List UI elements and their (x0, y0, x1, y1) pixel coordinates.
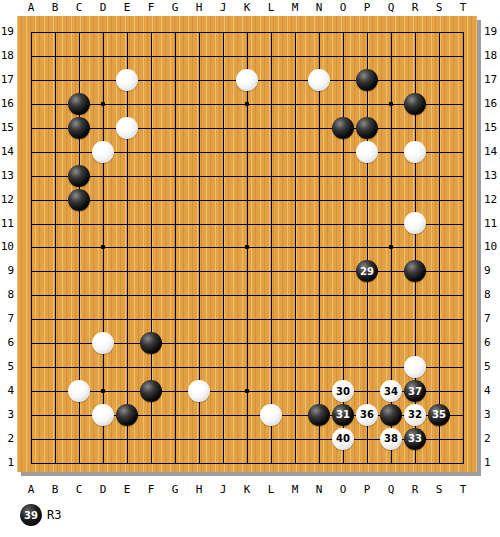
stone-Q3-black (380, 404, 402, 426)
column-label-top-F: F (139, 1, 163, 14)
column-label-bottom-L: L (259, 483, 283, 496)
move-number-label: 36 (360, 409, 374, 420)
stone-C16-black (68, 93, 90, 115)
stone-H4-white (188, 380, 210, 402)
caption-move-number: 39 (24, 510, 38, 521)
column-label-bottom-H: H (187, 483, 211, 496)
row-label-right-3: 3 (484, 408, 500, 422)
row-label-left-8: 8 (0, 288, 14, 302)
column-label-top-A: A (19, 1, 43, 14)
row-label-right-12: 12 (484, 193, 500, 207)
stone-C15-black (68, 117, 90, 139)
stone-L3-white (260, 404, 282, 426)
row-label-left-15: 15 (0, 121, 14, 135)
row-label-left-16: 16 (0, 97, 14, 111)
stone-R3-white: 32 (404, 404, 426, 426)
row-label-right-14: 14 (484, 145, 500, 159)
stone-R11-white (404, 212, 426, 234)
column-label-top-M: M (283, 1, 307, 14)
column-label-bottom-S: S (427, 483, 451, 496)
stone-R9-black (404, 260, 426, 282)
stone-K17-white (236, 69, 258, 91)
column-label-top-N: N (307, 1, 331, 14)
caption-point-label: R3 (47, 508, 61, 522)
stone-R5-white (404, 356, 426, 378)
stone-F6-black (140, 332, 162, 354)
column-label-bottom-F: F (139, 483, 163, 496)
move-number-label: 29 (360, 266, 374, 277)
column-label-bottom-O: O (331, 483, 355, 496)
stone-Q2-white: 38 (380, 428, 402, 450)
row-label-right-19: 19 (484, 25, 500, 39)
stone-E17-white (116, 69, 138, 91)
stones-layer: 2930313233343536373840 (19, 20, 475, 475)
row-label-left-4: 4 (0, 384, 14, 398)
stone-R4-black: 37 (404, 380, 426, 402)
row-label-right-15: 15 (484, 121, 500, 135)
row-label-left-3: 3 (0, 408, 14, 422)
stone-R16-black (404, 93, 426, 115)
column-label-top-G: G (163, 1, 187, 14)
row-label-left-6: 6 (0, 336, 14, 350)
column-label-bottom-G: G (163, 483, 187, 496)
column-label-bottom-N: N (307, 483, 331, 496)
row-label-left-12: 12 (0, 193, 14, 207)
row-label-right-18: 18 (484, 49, 500, 63)
column-label-bottom-C: C (67, 483, 91, 496)
move-number-label: 32 (408, 409, 422, 420)
column-label-top-E: E (115, 1, 139, 14)
stone-E15-white (116, 117, 138, 139)
stone-C12-black (68, 189, 90, 211)
stone-C4-white (68, 380, 90, 402)
move-number-label: 30 (336, 386, 350, 397)
column-label-top-D: D (91, 1, 115, 14)
move-number-label: 37 (408, 386, 422, 397)
column-label-top-P: P (355, 1, 379, 14)
row-label-right-7: 7 (484, 312, 500, 326)
row-label-left-1: 1 (0, 456, 14, 470)
row-label-right-5: 5 (484, 360, 500, 374)
column-label-bottom-A: A (19, 483, 43, 496)
column-label-top-K: K (235, 1, 259, 14)
stone-O4-white: 30 (332, 380, 354, 402)
column-label-top-H: H (187, 1, 211, 14)
row-label-left-2: 2 (0, 432, 14, 446)
row-label-left-7: 7 (0, 312, 14, 326)
stone-N3-black (308, 404, 330, 426)
column-label-bottom-J: J (211, 483, 235, 496)
stone-R14-white (404, 141, 426, 163)
stone-S3-black: 35 (428, 404, 450, 426)
row-label-left-11: 11 (0, 217, 14, 231)
move-number-label: 40 (336, 433, 350, 444)
stone-O15-black (332, 117, 354, 139)
stone-P3-white: 36 (356, 404, 378, 426)
row-label-right-13: 13 (484, 169, 500, 183)
column-label-bottom-K: K (235, 483, 259, 496)
row-label-left-5: 5 (0, 360, 14, 374)
stone-R2-black: 33 (404, 428, 426, 450)
row-label-left-10: 10 (0, 240, 14, 254)
move-number-label: 34 (384, 386, 398, 397)
row-label-right-9: 9 (484, 264, 500, 278)
row-label-right-6: 6 (484, 336, 500, 350)
stone-P17-black (356, 69, 378, 91)
column-label-bottom-P: P (355, 483, 379, 496)
move-number-label: 33 (408, 433, 422, 444)
caption-stone-black: 39 (20, 504, 42, 526)
row-label-right-2: 2 (484, 432, 500, 446)
go-board[interactable]: 2930313233343536373840 (17, 16, 477, 472)
row-label-left-9: 9 (0, 264, 14, 278)
column-label-bottom-M: M (283, 483, 307, 496)
row-label-left-19: 19 (0, 25, 14, 39)
stone-D3-white (92, 404, 114, 426)
stone-Q4-white: 34 (380, 380, 402, 402)
row-label-right-8: 8 (484, 288, 500, 302)
stone-F4-black (140, 380, 162, 402)
move-number-label: 35 (432, 409, 446, 420)
column-label-top-C: C (67, 1, 91, 14)
row-label-right-10: 10 (484, 240, 500, 254)
column-label-bottom-D: D (91, 483, 115, 496)
row-label-right-1: 1 (484, 456, 500, 470)
stone-D14-white (92, 141, 114, 163)
row-label-right-11: 11 (484, 217, 500, 231)
column-label-top-T: T (451, 1, 475, 14)
row-label-left-18: 18 (0, 49, 14, 63)
stone-O2-white: 40 (332, 428, 354, 450)
row-label-left-13: 13 (0, 169, 14, 183)
stone-N17-white (308, 69, 330, 91)
column-label-top-Q: Q (379, 1, 403, 14)
row-label-right-4: 4 (484, 384, 500, 398)
column-label-bottom-Q: Q (379, 483, 403, 496)
column-label-top-S: S (427, 1, 451, 14)
move-number-label: 31 (336, 409, 350, 420)
column-label-top-O: O (331, 1, 355, 14)
stone-D6-white (92, 332, 114, 354)
stone-E3-black (116, 404, 138, 426)
stone-P9-black: 29 (356, 260, 378, 282)
column-label-bottom-R: R (403, 483, 427, 496)
column-label-bottom-B: B (43, 483, 67, 496)
row-label-right-16: 16 (484, 97, 500, 111)
column-label-top-R: R (403, 1, 427, 14)
column-label-top-B: B (43, 1, 67, 14)
column-label-bottom-E: E (115, 483, 139, 496)
move-number-label: 38 (384, 433, 398, 444)
row-label-left-17: 17 (0, 73, 14, 87)
column-label-top-J: J (211, 1, 235, 14)
stone-O3-black: 31 (332, 404, 354, 426)
column-label-bottom-T: T (451, 483, 475, 496)
stone-P14-white (356, 141, 378, 163)
stone-C13-black (68, 165, 90, 187)
column-label-top-L: L (259, 1, 283, 14)
stone-P15-black (356, 117, 378, 139)
row-label-left-14: 14 (0, 145, 14, 159)
row-label-right-17: 17 (484, 73, 500, 87)
